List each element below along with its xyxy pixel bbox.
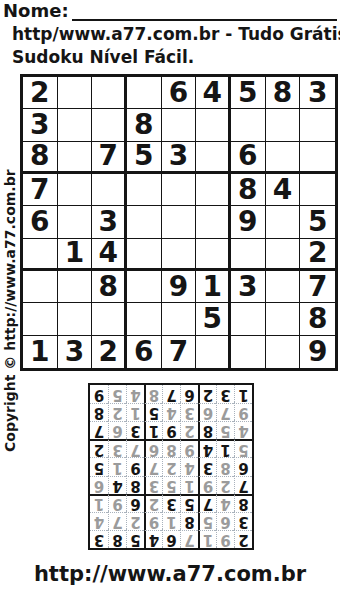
sudoku-cell-r5c4[interactable] bbox=[127, 206, 162, 238]
solution-cell-r1c1: 2 bbox=[234, 530, 252, 548]
sudoku-cell-r4c2[interactable] bbox=[58, 174, 93, 206]
solution-cell-r6c1: 5 bbox=[234, 439, 252, 457]
sudoku-cell-r1c4[interactable] bbox=[127, 77, 162, 109]
solution-cell-r4c2: 2 bbox=[216, 476, 234, 494]
sudoku-cell-r6c2[interactable]: 1 bbox=[58, 239, 93, 271]
solution-grid-rotated: 2917645833658192748475326917291538466834… bbox=[88, 383, 254, 550]
sudoku-cell-r6c7[interactable] bbox=[231, 239, 266, 271]
sudoku-cell-r7c2[interactable] bbox=[58, 271, 93, 303]
sudoku-cell-r1c3[interactable] bbox=[92, 77, 127, 109]
sudoku-cell-r4c3[interactable] bbox=[92, 174, 127, 206]
sudoku-cell-r1c2[interactable] bbox=[58, 77, 93, 109]
sudoku-cell-r7c4[interactable] bbox=[127, 271, 162, 303]
solution-cell-r4c8: 4 bbox=[108, 476, 126, 494]
solution-cell-r7c1: 4 bbox=[234, 421, 252, 439]
solution-cell-r5c4: 4 bbox=[180, 457, 198, 475]
solution-cell-r7c6: 1 bbox=[144, 421, 162, 439]
solution-cell-r3c6: 2 bbox=[144, 494, 162, 512]
sudoku-cell-r5c2[interactable] bbox=[58, 206, 93, 238]
sudoku-cell-r6c6[interactable] bbox=[196, 239, 231, 271]
sudoku-cell-r4c4[interactable] bbox=[127, 174, 162, 206]
sudoku-cell-r6c9[interactable]: 2 bbox=[300, 239, 335, 271]
sudoku-cell-r4c7[interactable]: 8 bbox=[231, 174, 266, 206]
solution-cell-r1c7: 5 bbox=[126, 530, 144, 548]
solution-cell-r6c8: 3 bbox=[108, 439, 126, 457]
solution-cell-r4c7: 8 bbox=[126, 476, 144, 494]
solution-cell-r7c8: 6 bbox=[108, 421, 126, 439]
solution-cell-r2c9: 4 bbox=[90, 512, 108, 530]
sudoku-cell-r8c7[interactable] bbox=[231, 303, 266, 335]
solution-cell-r5c3: 3 bbox=[198, 457, 216, 475]
solution-cell-r9c3: 2 bbox=[198, 385, 216, 403]
sudoku-cell-r7c9[interactable]: 7 bbox=[300, 271, 335, 303]
solution-cell-r8c5: 4 bbox=[162, 403, 180, 421]
sudoku-cell-r8c6[interactable]: 5 bbox=[196, 303, 231, 335]
solution-cell-r3c9: 1 bbox=[90, 494, 108, 512]
solution-cell-r9c4: 6 bbox=[180, 385, 198, 403]
solution-cell-r8c8: 2 bbox=[108, 403, 126, 421]
name-input-line[interactable] bbox=[72, 3, 337, 21]
solution-cell-r4c6: 3 bbox=[144, 476, 162, 494]
solution-cell-r9c2: 3 bbox=[216, 385, 234, 403]
sudoku-cell-r9c2[interactable]: 3 bbox=[58, 336, 93, 368]
sudoku-cell-r4c8[interactable]: 4 bbox=[266, 174, 301, 206]
sudoku-cell-r6c4[interactable] bbox=[127, 239, 162, 271]
solution-cell-r3c4: 5 bbox=[180, 494, 198, 512]
solution-cell-r7c4: 2 bbox=[180, 421, 198, 439]
sudoku-cell-r6c5[interactable] bbox=[162, 239, 197, 271]
solution-cell-r1c4: 7 bbox=[180, 530, 198, 548]
sudoku-cell-r3c2[interactable] bbox=[58, 142, 93, 174]
solution-cell-r2c5: 1 bbox=[162, 512, 180, 530]
sudoku-cell-r2c7[interactable] bbox=[231, 109, 266, 141]
solution-cell-r6c6: 6 bbox=[144, 439, 162, 457]
sudoku-cell-r7c7[interactable]: 3 bbox=[231, 271, 266, 303]
solution-cell-r8c2: 7 bbox=[216, 403, 234, 421]
sudoku-cell-r1c6[interactable]: 4 bbox=[196, 77, 231, 109]
solution-cell-r9c5: 7 bbox=[162, 385, 180, 403]
solution-cell-r3c3: 7 bbox=[198, 494, 216, 512]
site-header: http/www.a77.com.br - Tudo Grátis. bbox=[12, 24, 340, 44]
sudoku-cell-r3c5[interactable]: 3 bbox=[162, 142, 197, 174]
solution-cell-r4c5: 5 bbox=[162, 476, 180, 494]
sudoku-cell-r6c1[interactable] bbox=[23, 239, 58, 271]
sudoku-cell-r1c7[interactable]: 5 bbox=[231, 77, 266, 109]
solution-cell-r7c7: 3 bbox=[126, 421, 144, 439]
solution-cell-r6c3: 4 bbox=[198, 439, 216, 457]
solution-cell-r5c5: 2 bbox=[162, 457, 180, 475]
solution-cell-r1c5: 6 bbox=[162, 530, 180, 548]
solution-cell-r6c7: 7 bbox=[126, 439, 144, 457]
solution-cell-r7c5: 9 bbox=[162, 421, 180, 439]
solution-cell-r5c8: 1 bbox=[108, 457, 126, 475]
sudoku-cell-r8c5[interactable] bbox=[162, 303, 197, 335]
solution-cell-r7c2: 5 bbox=[216, 421, 234, 439]
sudoku-cell-r3c7[interactable]: 6 bbox=[231, 142, 266, 174]
solution-cell-r9c6: 8 bbox=[144, 385, 162, 403]
sudoku-cell-r5c9[interactable]: 5 bbox=[300, 206, 335, 238]
solution-cell-r4c3: 9 bbox=[198, 476, 216, 494]
solution-cell-r9c7: 4 bbox=[126, 385, 144, 403]
sudoku-cell-r5c8[interactable] bbox=[266, 206, 301, 238]
solution-cell-r1c2: 9 bbox=[216, 530, 234, 548]
sudoku-cell-r5c6[interactable] bbox=[196, 206, 231, 238]
sudoku-cell-r3c8[interactable] bbox=[266, 142, 301, 174]
sudoku-cell-r5c7[interactable]: 9 bbox=[231, 206, 266, 238]
solution-cell-r6c4: 9 bbox=[180, 439, 198, 457]
sudoku-cell-r7c6[interactable]: 1 bbox=[196, 271, 231, 303]
solution-cell-r2c6: 9 bbox=[144, 512, 162, 530]
copyright-vertical: Copyright © http://www.a77.com.br bbox=[2, 169, 18, 452]
solution-cell-r5c1: 6 bbox=[234, 457, 252, 475]
solution-cell-r5c7: 9 bbox=[126, 457, 144, 475]
solution-cell-r9c9: 9 bbox=[90, 385, 108, 403]
solution-cell-r4c1: 7 bbox=[234, 476, 252, 494]
sudoku-cell-r1c8[interactable]: 8 bbox=[266, 77, 301, 109]
sudoku-cell-r3c9[interactable] bbox=[300, 142, 335, 174]
solution-cell-r7c9: 7 bbox=[90, 421, 108, 439]
solution-cell-r8c1: 9 bbox=[234, 403, 252, 421]
sudoku-cell-r2c5[interactable] bbox=[162, 109, 197, 141]
sudoku-cell-r2c2[interactable] bbox=[58, 109, 93, 141]
solution-cell-r2c3: 5 bbox=[198, 512, 216, 530]
sudoku-cell-r8c1[interactable] bbox=[23, 303, 58, 335]
solution-cell-r3c8: 9 bbox=[108, 494, 126, 512]
solution-cell-r2c4: 8 bbox=[180, 512, 198, 530]
solution-cell-r3c5: 3 bbox=[162, 494, 180, 512]
sudoku-cell-r1c9[interactable]: 3 bbox=[300, 77, 335, 109]
sudoku-cell-r9c3[interactable]: 2 bbox=[92, 336, 127, 368]
sudoku-cell-r9c4[interactable]: 6 bbox=[127, 336, 162, 368]
sudoku-cell-r7c8[interactable] bbox=[266, 271, 301, 303]
sudoku-cell-r8c9[interactable]: 8 bbox=[300, 303, 335, 335]
sudoku-cell-r5c5[interactable] bbox=[162, 206, 197, 238]
sudoku-cell-r7c1[interactable] bbox=[23, 271, 58, 303]
sudoku-cell-r8c8[interactable] bbox=[266, 303, 301, 335]
solution-cell-r7c3: 8 bbox=[198, 421, 216, 439]
solution-cell-r9c1: 1 bbox=[234, 385, 252, 403]
solution-cell-r9c8: 5 bbox=[108, 385, 126, 403]
sudoku-cell-r8c3[interactable] bbox=[92, 303, 127, 335]
solution-cell-r1c9: 3 bbox=[90, 530, 108, 548]
sudoku-cell-r2c6[interactable] bbox=[196, 109, 231, 141]
sudoku-cell-r3c6[interactable] bbox=[196, 142, 231, 174]
solution-cell-r5c2: 8 bbox=[216, 457, 234, 475]
footer-url: http://www.a77.com.br bbox=[0, 562, 340, 586]
sudoku-cell-r2c3[interactable] bbox=[92, 109, 127, 141]
sudoku-cell-r9c1[interactable]: 1 bbox=[23, 336, 58, 368]
solution-cell-r8c6: 5 bbox=[144, 403, 162, 421]
solution-cell-r8c4: 3 bbox=[180, 403, 198, 421]
sudoku-cell-r6c3[interactable]: 4 bbox=[92, 239, 127, 271]
solution-cell-r6c5: 8 bbox=[162, 439, 180, 457]
sudoku-grid: 264583388753678463951428913758132679 bbox=[20, 74, 338, 371]
sudoku-cell-r1c5[interactable]: 6 bbox=[162, 77, 197, 109]
sudoku-cell-r2c1[interactable]: 3 bbox=[23, 109, 58, 141]
sudoku-cell-r4c6[interactable] bbox=[196, 174, 231, 206]
solution-cell-r8c7: 1 bbox=[126, 403, 144, 421]
solution-cell-r4c4: 1 bbox=[180, 476, 198, 494]
sudoku-cell-r7c5[interactable]: 9 bbox=[162, 271, 197, 303]
solution-cell-r2c8: 7 bbox=[108, 512, 126, 530]
sudoku-cell-r4c9[interactable] bbox=[300, 174, 335, 206]
sudoku-cell-r4c1[interactable]: 7 bbox=[23, 174, 58, 206]
solution-cell-r1c6: 4 bbox=[144, 530, 162, 548]
solution-cell-r8c9: 8 bbox=[90, 403, 108, 421]
solution-cell-r6c9: 2 bbox=[90, 439, 108, 457]
sudoku-cell-r8c4[interactable] bbox=[127, 303, 162, 335]
solution-cell-r5c9: 5 bbox=[90, 457, 108, 475]
solution-cell-r1c8: 8 bbox=[108, 530, 126, 548]
solution-cell-r2c1: 3 bbox=[234, 512, 252, 530]
solution-cell-r2c7: 2 bbox=[126, 512, 144, 530]
name-field-row: Nome: bbox=[3, 1, 337, 21]
sudoku-cell-r4c5[interactable] bbox=[162, 174, 197, 206]
solution-cell-r2c2: 6 bbox=[216, 512, 234, 530]
sudoku-cell-r2c4[interactable]: 8 bbox=[127, 109, 162, 141]
solution-cell-r4c9: 6 bbox=[90, 476, 108, 494]
sudoku-cell-r9c7[interactable] bbox=[231, 336, 266, 368]
solution-cell-r5c6: 7 bbox=[144, 457, 162, 475]
sudoku-cell-r9c8[interactable] bbox=[266, 336, 301, 368]
solution-cell-r8c3: 6 bbox=[198, 403, 216, 421]
sudoku-cell-r9c5[interactable]: 7 bbox=[162, 336, 197, 368]
sudoku-cell-r7c3[interactable]: 8 bbox=[92, 271, 127, 303]
sudoku-cell-r3c3[interactable]: 7 bbox=[92, 142, 127, 174]
sudoku-cell-r9c9[interactable]: 9 bbox=[300, 336, 335, 368]
sudoku-cell-r6c8[interactable] bbox=[266, 239, 301, 271]
puzzle-title: Sudoku Nível Fácil. bbox=[12, 47, 194, 67]
sudoku-cell-r3c4[interactable]: 5 bbox=[127, 142, 162, 174]
sudoku-cell-r5c1[interactable]: 6 bbox=[23, 206, 58, 238]
sudoku-cell-r1c1[interactable]: 2 bbox=[23, 77, 58, 109]
name-label: Nome: bbox=[3, 1, 69, 21]
sudoku-cell-r5c3[interactable]: 3 bbox=[92, 206, 127, 238]
sudoku-cell-r8c2[interactable] bbox=[58, 303, 93, 335]
sudoku-cell-r9c6[interactable] bbox=[196, 336, 231, 368]
sudoku-cell-r2c9[interactable] bbox=[300, 109, 335, 141]
solution-cell-r3c7: 6 bbox=[126, 494, 144, 512]
solution-cell-r3c2: 4 bbox=[216, 494, 234, 512]
solution-cell-r3c1: 8 bbox=[234, 494, 252, 512]
solution-cell-r1c3: 1 bbox=[198, 530, 216, 548]
solution-cell-r6c2: 1 bbox=[216, 439, 234, 457]
sudoku-cell-r2c8[interactable] bbox=[266, 109, 301, 141]
sudoku-cell-r3c1[interactable]: 8 bbox=[23, 142, 58, 174]
